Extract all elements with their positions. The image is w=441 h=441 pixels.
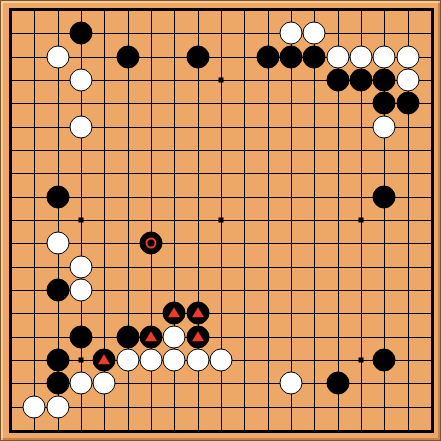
stone-white[interactable] [163,348,186,371]
stone-white[interactable] [396,45,419,68]
triangle-mark-icon [192,331,204,341]
stone-white[interactable] [69,372,92,395]
stone-white[interactable] [396,68,419,91]
stone-black[interactable] [46,185,69,208]
stone-black[interactable] [279,45,302,68]
star-point [218,77,223,82]
stone-black[interactable] [373,68,396,91]
stone-black[interactable] [69,325,92,348]
stone-black[interactable] [396,92,419,115]
star-point [358,217,363,222]
stone-black[interactable] [69,22,92,45]
stone-black[interactable] [256,45,279,68]
stone-black[interactable] [326,68,349,91]
stone-white[interactable] [46,395,69,418]
triangle-mark-icon [98,354,110,364]
star-point [358,357,363,362]
stone-white[interactable] [23,395,46,418]
stone-white[interactable] [93,372,116,395]
stone-white[interactable] [279,372,302,395]
go-board-diagram [0,0,441,441]
triangle-mark-icon [168,308,180,318]
stone-white[interactable] [46,45,69,68]
stone-black[interactable] [373,92,396,115]
stone-white[interactable] [139,348,162,371]
stone-white[interactable] [349,45,372,68]
stone-white[interactable] [163,325,186,348]
stone-white[interactable] [303,22,326,45]
stone-black[interactable] [186,45,209,68]
stone-white[interactable] [326,45,349,68]
stone-white[interactable] [69,115,92,138]
stone-black[interactable] [373,185,396,208]
stone-white[interactable] [209,348,232,371]
stone-black[interactable] [303,45,326,68]
stone-black[interactable] [349,68,372,91]
star-point [78,357,83,362]
stone-black[interactable] [46,348,69,371]
stone-black[interactable] [46,372,69,395]
stone-white[interactable] [69,68,92,91]
stone-white[interactable] [373,45,396,68]
stone-black[interactable] [116,325,139,348]
stone-white[interactable] [373,115,396,138]
star-point [218,217,223,222]
star-point [78,217,83,222]
stone-white[interactable] [69,255,92,278]
stone-black[interactable] [326,372,349,395]
stone-black[interactable] [46,278,69,301]
stone-white[interactable] [279,22,302,45]
stone-white[interactable] [46,232,69,255]
stone-black[interactable] [373,348,396,371]
stone-white[interactable] [69,278,92,301]
circle-mark-icon [145,238,156,249]
goban[interactable] [0,0,441,441]
stone-black[interactable] [116,45,139,68]
stone-white[interactable] [116,348,139,371]
triangle-mark-icon [145,331,157,341]
triangle-mark-icon [192,308,204,318]
stone-white[interactable] [186,348,209,371]
